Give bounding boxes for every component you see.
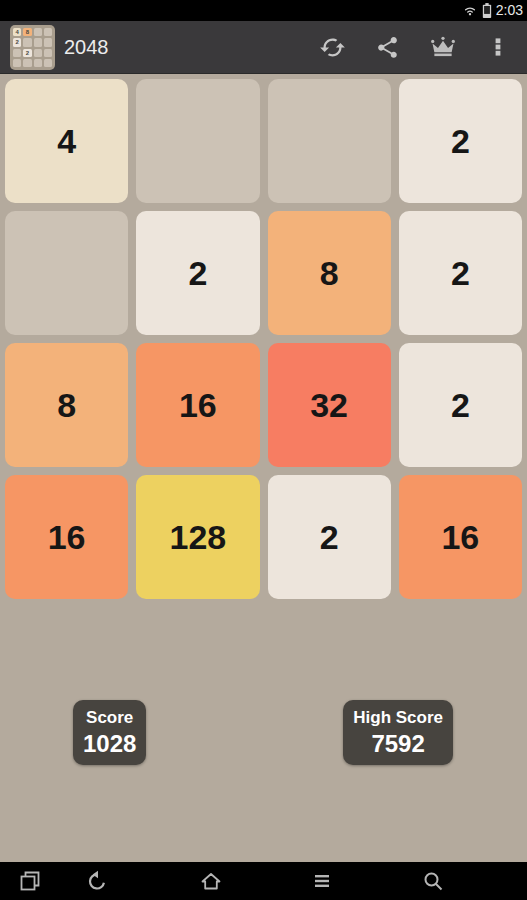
logo-empty-cell-r1c3 — [34, 28, 42, 36]
tile-16-r4c4: 16 — [399, 475, 522, 599]
logo-empty-cell-r3c3 — [34, 49, 42, 57]
refresh-icon — [319, 34, 346, 61]
logo-tile-4-r1c1: 4 — [13, 28, 21, 36]
logo-tile-2-r2c1: 2 — [13, 38, 21, 46]
share-icon — [375, 35, 400, 60]
tile-2-r4c3: 2 — [268, 475, 391, 599]
logo-empty-cell-r3c4 — [44, 49, 52, 57]
menu-icon — [310, 869, 334, 893]
tile-128-r4c2: 128 — [136, 475, 259, 599]
tile-2-r3c4: 2 — [399, 343, 522, 467]
overflow-menu-button[interactable] — [470, 21, 525, 73]
crown-icon — [429, 33, 457, 61]
high-score-label: High Score — [353, 707, 443, 729]
nav-bar — [0, 862, 527, 900]
menu-button[interactable] — [310, 869, 334, 893]
high-score-value: 7592 — [353, 729, 443, 758]
tile-8-r2c3: 8 — [268, 211, 391, 335]
back-button[interactable] — [85, 869, 109, 893]
tile-32-r3c3: 32 — [268, 343, 391, 467]
tile-2-r2c4: 2 — [399, 211, 522, 335]
empty-cell-r1c2 — [136, 79, 259, 203]
home-icon — [199, 869, 223, 893]
logo-tile-8-r1c2: 8 — [23, 28, 31, 36]
app-logo-icon: 4822 — [10, 25, 55, 70]
tile-16-r4c1: 16 — [5, 475, 128, 599]
home-button[interactable] — [199, 869, 223, 893]
back-icon — [85, 869, 109, 893]
tile-2-r1c4: 2 — [399, 79, 522, 203]
tile-4-r1c1: 4 — [5, 79, 128, 203]
status-bar: 2:03 — [0, 0, 527, 21]
recents-button[interactable] — [18, 869, 42, 893]
search-icon — [421, 869, 445, 893]
score-label: Score — [83, 707, 136, 729]
logo-empty-cell-r4c2 — [23, 59, 31, 67]
clock: 2:03 — [496, 0, 523, 21]
app-title: 2048 — [64, 21, 109, 73]
share-button[interactable] — [360, 21, 415, 73]
logo-empty-cell-r2c3 — [34, 38, 42, 46]
recents-icon — [18, 869, 42, 893]
logo-empty-cell-r2c2 — [23, 38, 31, 46]
logo-empty-cell-r4c3 — [34, 59, 42, 67]
logo-empty-cell-r2c4 — [44, 38, 52, 46]
high-score-badge: High Score 7592 — [343, 700, 453, 765]
logo-tile-2-r3c2: 2 — [23, 49, 31, 57]
board[interactable]: 4228281632216128216 — [5, 79, 522, 599]
search-button[interactable] — [421, 869, 445, 893]
overflow-menu-icon — [486, 35, 510, 59]
action-bar — [305, 21, 525, 73]
empty-cell-r1c3 — [268, 79, 391, 203]
logo-empty-cell-r3c1 — [13, 49, 21, 57]
leaderboard-button[interactable] — [415, 21, 470, 73]
score-badge: Score 1028 — [73, 700, 146, 765]
app-bar: 4822 2048 — [0, 21, 527, 74]
battery-icon — [482, 3, 492, 19]
tile-16-r3c2: 16 — [136, 343, 259, 467]
wifi-icon — [462, 4, 478, 18]
tile-8-r3c1: 8 — [5, 343, 128, 467]
empty-cell-r2c1 — [5, 211, 128, 335]
restart-button[interactable] — [305, 21, 360, 73]
logo-empty-cell-r1c4 — [44, 28, 52, 36]
tile-2-r2c2: 2 — [136, 211, 259, 335]
logo-empty-cell-r4c1 — [13, 59, 21, 67]
score-value: 1028 — [83, 729, 136, 758]
logo-empty-cell-r4c4 — [44, 59, 52, 67]
